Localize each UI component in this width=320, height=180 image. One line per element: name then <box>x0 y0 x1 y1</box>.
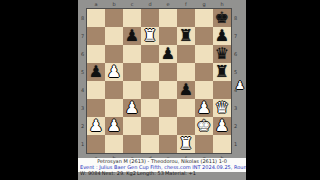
stats-line: W: 9084 Next: 29. Kg2 Length: 53 Materia… <box>78 171 196 176</box>
square-g7 <box>195 27 213 45</box>
material-stat: Material: +1 <box>165 171 196 176</box>
black-pawn: ♟ <box>179 81 193 99</box>
square-h6: ♛ <box>213 45 231 63</box>
rank-label-1: 1 <box>80 135 85 153</box>
square-h5: ♜ <box>213 63 231 81</box>
rank-label-2: 2 <box>233 117 238 135</box>
square-e6: ♟ <box>159 45 177 63</box>
rank-label-5: 5 <box>80 63 85 81</box>
white-pawn: ♟ <box>107 117 121 135</box>
black-pawn: ♟ <box>215 27 229 45</box>
square-g4 <box>195 81 213 99</box>
file-label-e: e <box>159 1 177 7</box>
square-a6 <box>87 45 105 63</box>
square-g5 <box>195 63 213 81</box>
white-queen: ♛ <box>215 99 229 117</box>
square-b8 <box>105 9 123 27</box>
square-d6 <box>141 45 159 63</box>
white-pawn-icon: ♟ <box>235 79 245 92</box>
white-pawn: ♟ <box>215 117 229 135</box>
square-e3 <box>159 99 177 117</box>
black-queen: ♛ <box>215 45 229 63</box>
white-rook: ♜ <box>179 135 193 153</box>
square-e7 <box>159 27 177 45</box>
square-d1 <box>141 135 159 153</box>
square-b6 <box>105 45 123 63</box>
square-e8 <box>159 9 177 27</box>
square-f3 <box>177 99 195 117</box>
left-letterbox-bar <box>0 0 78 180</box>
square-g2: ♚ <box>195 117 213 135</box>
rank-label-1: 1 <box>233 135 238 153</box>
square-e2 <box>159 117 177 135</box>
square-a3 <box>87 99 105 117</box>
square-g3: ♟ <box>195 99 213 117</box>
next-move-stat: Next: 29. Kg2 <box>102 171 136 176</box>
black-pawn: ♟ <box>161 45 175 63</box>
square-a2: ♟ <box>87 117 105 135</box>
square-e4 <box>159 81 177 99</box>
file-label-h: h <box>213 1 231 7</box>
black-pawn: ♟ <box>125 27 139 45</box>
white-pawn: ♟ <box>125 99 139 117</box>
square-d8 <box>141 9 159 27</box>
square-c4 <box>123 81 141 99</box>
square-f5 <box>177 63 195 81</box>
rank-label-3: 3 <box>233 99 238 117</box>
square-h8: ♚ <box>213 9 231 27</box>
square-c1 <box>123 135 141 153</box>
square-b5: ♟ <box>105 63 123 81</box>
file-label-c: c <box>123 1 141 7</box>
black-pawn: ♟ <box>89 63 103 81</box>
square-c5 <box>123 63 141 81</box>
file-labels-top: abcdefgh <box>87 1 231 7</box>
square-c3: ♟ <box>123 99 141 117</box>
black-king: ♚ <box>215 9 229 27</box>
square-g1 <box>195 135 213 153</box>
square-f7: ♜ <box>177 27 195 45</box>
black-rook: ♜ <box>179 27 193 45</box>
black-rook: ♜ <box>215 63 229 81</box>
white-king: ♚ <box>197 117 211 135</box>
square-e5 <box>159 63 177 81</box>
video-frame: abcdefgh abcdefgh 87654321 87654321 ♚♟♜♜… <box>0 0 320 180</box>
rank-labels-left: 87654321 <box>80 9 85 153</box>
material-indicator: ♟ <box>234 78 246 92</box>
square-h2: ♟ <box>213 117 231 135</box>
chess-board: ♚♟♜♜♟♟♛♟♟♜♟♟♟♛♟♟♚♟♜ <box>86 8 232 154</box>
rank-label-7: 7 <box>80 27 85 45</box>
square-d7: ♜ <box>141 27 159 45</box>
square-c7: ♟ <box>123 27 141 45</box>
game-info-panel: Petrosyan M (2613) - Theodorou, Nikolas … <box>78 158 246 172</box>
square-c8 <box>123 9 141 27</box>
rank-label-6: 6 <box>233 45 238 63</box>
rank-label-8: 8 <box>80 9 85 27</box>
rank-label-4: 4 <box>80 81 85 99</box>
square-b3 <box>105 99 123 117</box>
square-h4 <box>213 81 231 99</box>
square-f8 <box>177 9 195 27</box>
square-h7: ♟ <box>213 27 231 45</box>
square-b7 <box>105 27 123 45</box>
players-line: Petrosyan M (2613) - Theodorou, Nikolas … <box>78 158 246 164</box>
square-d3 <box>141 99 159 117</box>
rank-label-6: 6 <box>80 45 85 63</box>
white-pawn: ♟ <box>197 99 211 117</box>
square-b2: ♟ <box>105 117 123 135</box>
file-label-a: a <box>87 1 105 7</box>
square-f1: ♜ <box>177 135 195 153</box>
file-label-f: f <box>177 1 195 7</box>
rank-label-8: 8 <box>233 9 238 27</box>
square-d5 <box>141 63 159 81</box>
square-a7 <box>87 27 105 45</box>
file-label-d: d <box>141 1 159 7</box>
square-b4 <box>105 81 123 99</box>
square-a5: ♟ <box>87 63 105 81</box>
square-a1 <box>87 135 105 153</box>
length-stat: Length: 53 <box>137 171 164 176</box>
square-c2 <box>123 117 141 135</box>
square-a8 <box>87 9 105 27</box>
white-pawn: ♟ <box>107 63 121 81</box>
square-g6 <box>195 45 213 63</box>
rank-label-2: 2 <box>80 117 85 135</box>
white-rook: ♜ <box>143 27 157 45</box>
square-f2 <box>177 117 195 135</box>
square-e1 <box>159 135 177 153</box>
square-h3: ♛ <box>213 99 231 117</box>
board-panel: abcdefgh abcdefgh 87654321 87654321 ♚♟♜♜… <box>78 0 246 180</box>
right-letterbox-bar <box>246 0 320 180</box>
square-f4: ♟ <box>177 81 195 99</box>
rank-label-7: 7 <box>233 27 238 45</box>
square-g8 <box>195 9 213 27</box>
file-label-b: b <box>105 1 123 7</box>
rank-label-3: 3 <box>80 99 85 117</box>
square-f6 <box>177 45 195 63</box>
game-id-stat: W: 9084 <box>80 171 101 176</box>
square-d2 <box>141 117 159 135</box>
square-a4 <box>87 81 105 99</box>
square-h1 <box>213 135 231 153</box>
square-b1 <box>105 135 123 153</box>
file-label-g: g <box>195 1 213 7</box>
white-pawn: ♟ <box>89 117 103 135</box>
square-d4 <box>141 81 159 99</box>
square-c6 <box>123 45 141 63</box>
